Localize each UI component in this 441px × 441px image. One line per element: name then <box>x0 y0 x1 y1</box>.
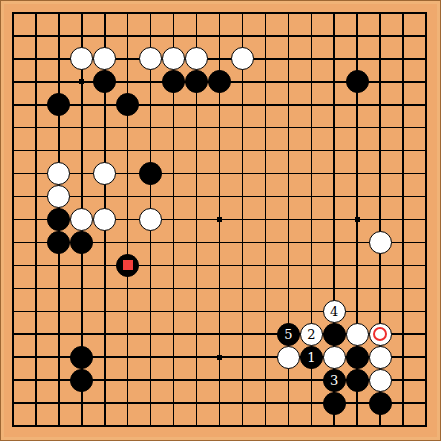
go-board: 45213 <box>0 0 441 441</box>
star-point <box>217 217 222 222</box>
black-stone <box>323 323 346 346</box>
move-number-label: 3 <box>324 370 345 391</box>
white-stone <box>70 208 93 231</box>
black-stone <box>70 369 93 392</box>
white-stone <box>369 323 392 346</box>
black-stone <box>208 70 231 93</box>
black-stone: 5 <box>277 323 300 346</box>
grid-line-vertical <box>402 12 404 426</box>
square-mark <box>123 260 133 270</box>
black-stone <box>47 231 70 254</box>
white-stone <box>369 369 392 392</box>
grid-line-vertical <box>425 12 427 426</box>
white-stone <box>277 346 300 369</box>
black-stone: 3 <box>323 369 346 392</box>
move-number-label: 4 <box>324 301 345 322</box>
white-stone <box>369 231 392 254</box>
black-stone <box>116 93 139 116</box>
black-stone <box>47 93 70 116</box>
white-stone <box>162 47 185 70</box>
black-stone <box>346 346 369 369</box>
grid-line-horizontal <box>12 402 426 404</box>
white-stone <box>47 162 70 185</box>
circle-mark <box>373 327 387 341</box>
black-stone <box>346 70 369 93</box>
grid-line-horizontal <box>12 311 426 313</box>
star-point <box>217 355 222 360</box>
black-stone <box>70 231 93 254</box>
star-point <box>79 79 84 84</box>
white-stone <box>323 346 346 369</box>
white-stone <box>369 346 392 369</box>
white-stone <box>185 47 208 70</box>
black-stone: 1 <box>300 346 323 369</box>
black-stone <box>116 254 139 277</box>
black-stone <box>162 70 185 93</box>
black-stone <box>185 70 208 93</box>
black-stone <box>139 162 162 185</box>
grid-line-vertical <box>242 12 244 426</box>
black-stone <box>93 70 116 93</box>
move-number-label: 5 <box>278 324 299 345</box>
move-number-label: 2 <box>301 324 322 345</box>
grid-line-horizontal <box>12 265 426 267</box>
grid-line-vertical <box>265 12 267 426</box>
white-stone <box>93 47 116 70</box>
white-stone: 2 <box>300 323 323 346</box>
white-stone <box>346 323 369 346</box>
grid-line-horizontal <box>12 288 426 290</box>
black-stone <box>346 369 369 392</box>
move-number-label: 1 <box>301 347 322 368</box>
white-stone <box>47 185 70 208</box>
white-stone <box>139 208 162 231</box>
black-stone <box>369 392 392 415</box>
white-stone <box>93 208 116 231</box>
white-stone <box>70 47 93 70</box>
star-point <box>355 217 360 222</box>
black-stone <box>70 346 93 369</box>
grid-line-horizontal <box>12 425 426 427</box>
white-stone <box>231 47 254 70</box>
white-stone <box>93 162 116 185</box>
white-stone: 4 <box>323 300 346 323</box>
white-stone <box>139 47 162 70</box>
black-stone <box>323 392 346 415</box>
black-stone <box>47 208 70 231</box>
